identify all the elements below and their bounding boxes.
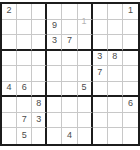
cell-r3c5[interactable]: 7 [62,35,77,51]
cell-r5c5[interactable] [62,66,77,82]
cell-r7c8[interactable] [108,97,123,113]
cell-r8c9[interactable] [123,113,138,129]
cell-r5c7[interactable]: 7 [93,66,108,82]
cell-r8c2[interactable]: 7 [17,113,32,129]
cell-r9c1[interactable] [2,128,17,144]
cell-r2c9[interactable] [123,20,138,36]
given-digit: 6 [22,83,27,92]
cell-r1c9[interactable]: 1 [123,4,138,20]
cell-r3c1[interactable] [2,35,17,51]
cell-r4c2[interactable] [17,51,32,67]
given-digit: 2 [7,6,12,15]
cell-r8c1[interactable] [2,113,17,129]
given-digit: 3 [36,115,41,124]
cell-r2c5[interactable] [62,20,77,36]
sudoku-board: 219137387465867354 [0,2,140,146]
given-digit: 4 [7,83,12,92]
cell-r9c5[interactable]: 4 [62,128,77,144]
given-digit: 3 [52,36,57,45]
given-digit: 5 [82,83,87,92]
cell-r3c3[interactable] [32,35,47,51]
cell-r9c9[interactable] [123,128,138,144]
cell-r8c7[interactable] [93,113,108,129]
cell-r4c4[interactable] [47,51,62,67]
cell-r5c8[interactable] [108,66,123,82]
cell-r8c5[interactable] [62,113,77,129]
cell-r1c5[interactable] [62,4,77,20]
given-digit: 8 [112,52,117,61]
cell-r6c9[interactable] [123,82,138,98]
cell-r7c2[interactable] [17,97,32,113]
cell-r4c3[interactable] [32,51,47,67]
cell-r3c9[interactable] [123,35,138,51]
cell-r1c3[interactable] [32,4,47,20]
cell-r3c8[interactable] [108,35,123,51]
cell-r9c6[interactable] [78,128,93,144]
cell-r9c4[interactable] [47,128,62,144]
given-digit: 6 [128,99,133,108]
cell-r8c6[interactable] [78,113,93,129]
given-digit: 7 [67,36,72,45]
given-digit: 9 [52,21,57,30]
cell-r9c3[interactable] [32,128,47,144]
cell-r6c5[interactable] [62,82,77,98]
cell-r2c1[interactable] [2,20,17,36]
given-digit: 3 [97,52,102,61]
cell-r2c4[interactable]: 9 [47,20,62,36]
cell-r3c6[interactable] [78,35,93,51]
cell-r4c1[interactable] [2,51,17,67]
cell-r4c9[interactable] [123,51,138,67]
cell-r7c1[interactable] [2,97,17,113]
cell-r7c7[interactable] [93,97,108,113]
cell-r4c8[interactable]: 8 [108,51,123,67]
cell-r7c9[interactable]: 6 [123,97,138,113]
cell-r5c9[interactable] [123,66,138,82]
cell-r7c3[interactable]: 8 [32,97,47,113]
given-digit: 5 [22,131,27,140]
cell-r4c6[interactable] [78,51,93,67]
cell-r4c7[interactable]: 3 [93,51,108,67]
cell-r9c7[interactable] [93,128,108,144]
given-digit: 4 [67,131,72,140]
cell-r4c5[interactable] [62,51,77,67]
cell-r6c7[interactable] [93,82,108,98]
cell-r2c3[interactable] [32,20,47,36]
cell-r6c4[interactable] [47,82,62,98]
cell-r1c8[interactable] [108,4,123,20]
given-digit: 8 [36,99,41,108]
cell-r1c4[interactable] [47,4,62,20]
cell-r6c1[interactable]: 4 [2,82,17,98]
cell-r7c5[interactable] [62,97,77,113]
cell-r1c2[interactable] [17,4,32,20]
cell-r5c3[interactable] [32,66,47,82]
cell-r5c2[interactable] [17,66,32,82]
cell-r7c4[interactable] [47,97,62,113]
cell-r3c4[interactable]: 3 [47,35,62,51]
cell-r8c8[interactable] [108,113,123,129]
cell-r6c3[interactable] [32,82,47,98]
cell-r5c1[interactable] [2,66,17,82]
cell-r5c6[interactable] [78,66,93,82]
cell-r1c1[interactable]: 2 [2,4,17,20]
cell-r2c2[interactable] [17,20,32,36]
cell-r3c2[interactable] [17,35,32,51]
cell-r2c8[interactable] [108,20,123,36]
cell-r8c4[interactable] [47,113,62,129]
cell-r6c2[interactable]: 6 [17,82,32,98]
given-digit: 1 [128,6,133,15]
cell-r3c7[interactable] [93,35,108,51]
cell-r6c6[interactable]: 5 [78,82,93,98]
sudoku-screen: 219137387465867354 [0,0,140,150]
cell-r5c4[interactable] [47,66,62,82]
cell-r9c8[interactable] [108,128,123,144]
cell-r2c7[interactable] [93,20,108,36]
cell-r9c2[interactable]: 5 [17,128,32,144]
cell-r6c8[interactable] [108,82,123,98]
given-digit: 1 [82,17,87,26]
cell-r1c7[interactable] [93,4,108,20]
given-digit: 7 [97,68,102,77]
cell-r2c6[interactable]: 1 [78,20,93,36]
cell-r8c3[interactable]: 3 [32,113,47,129]
cell-r7c6[interactable] [78,97,93,113]
given-digit: 7 [22,115,27,124]
